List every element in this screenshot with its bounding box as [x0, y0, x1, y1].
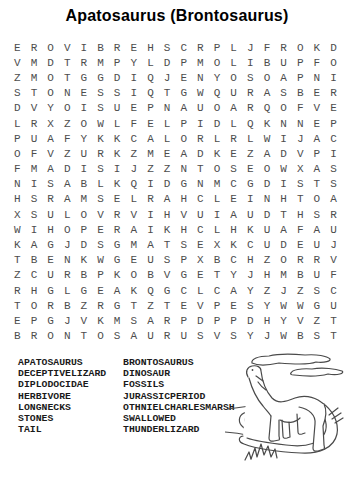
grid-cell-r7c3[interactable]: A: [42, 131, 59, 146]
grid-cell-r14c8[interactable]: M: [125, 237, 142, 252]
grid-cell-r3c14[interactable]: O: [225, 70, 242, 85]
grid-cell-r18c15[interactable]: S: [242, 298, 259, 313]
grid-cell-r9c14[interactable]: S: [225, 162, 242, 177]
grid-cell-r11c13[interactable]: L: [209, 192, 226, 207]
grid-cell-r10c3[interactable]: S: [42, 177, 59, 192]
grid-cell-r5c9[interactable]: P: [142, 101, 159, 116]
grid-cell-r15c2[interactable]: B: [26, 253, 43, 268]
grid-cell-r7c1[interactable]: P: [9, 131, 26, 146]
grid-cell-r9c17[interactable]: W: [275, 162, 292, 177]
grid-cell-r17c1[interactable]: R: [9, 283, 26, 298]
grid-cell-r10c17[interactable]: I: [275, 177, 292, 192]
grid-cell-r19c12[interactable]: D: [192, 313, 209, 328]
grid-cell-r13c5[interactable]: P: [76, 222, 93, 237]
grid-cell-r12c7[interactable]: R: [109, 207, 126, 222]
grid-cell-r12c1[interactable]: X: [9, 207, 26, 222]
grid-cell-r5c16[interactable]: Q: [259, 101, 276, 116]
grid-cell-r5c20[interactable]: E: [325, 101, 342, 116]
grid-cell-r10c12[interactable]: N: [192, 177, 209, 192]
grid-cell-r11c10[interactable]: A: [159, 192, 176, 207]
grid-cell-r9c9[interactable]: Z: [142, 162, 159, 177]
grid-cell-r18c6[interactable]: R: [92, 298, 109, 313]
grid-cell-r16c1[interactable]: Z: [9, 268, 26, 283]
grid-cell-r7c13[interactable]: L: [209, 131, 226, 146]
grid-cell-r2c11[interactable]: P: [175, 55, 192, 70]
grid-cell-r18c1[interactable]: T: [9, 298, 26, 313]
grid-cell-r12c20[interactable]: R: [325, 207, 342, 222]
grid-cell-r10c1[interactable]: N: [9, 177, 26, 192]
grid-cell-r11c1[interactable]: H: [9, 192, 26, 207]
grid-cell-r17c13[interactable]: C: [209, 283, 226, 298]
grid-cell-r4c19[interactable]: E: [309, 86, 326, 101]
grid-cell-r5c13[interactable]: O: [209, 101, 226, 116]
grid-cell-r16c14[interactable]: Y: [225, 268, 242, 283]
grid-cell-r2c6[interactable]: M: [92, 55, 109, 70]
grid-cell-r12c14[interactable]: A: [225, 207, 242, 222]
grid-cell-r13c18[interactable]: F: [292, 222, 309, 237]
grid-cell-r14c4[interactable]: J: [59, 237, 76, 252]
grid-cell-r12c5[interactable]: O: [76, 207, 93, 222]
grid-cell-r19c20[interactable]: T: [325, 313, 342, 328]
grid-cell-r20c19[interactable]: S: [309, 329, 326, 344]
grid-cell-r1c16[interactable]: F: [259, 40, 276, 55]
grid-cell-r19c15[interactable]: D: [242, 313, 259, 328]
grid-cell-r19c13[interactable]: P: [209, 313, 226, 328]
grid-cell-r7c14[interactable]: R: [225, 131, 242, 146]
grid-cell-r16c4[interactable]: R: [59, 268, 76, 283]
grid-cell-r7c5[interactable]: Y: [76, 131, 93, 146]
grid-cell-r18c4[interactable]: B: [59, 298, 76, 313]
grid-cell-r15c18[interactable]: R: [292, 253, 309, 268]
grid-cell-r7c15[interactable]: L: [242, 131, 259, 146]
grid-cell-r6c10[interactable]: L: [159, 116, 176, 131]
grid-cell-r8c4[interactable]: Z: [59, 146, 76, 161]
grid-cell-r6c20[interactable]: P: [325, 116, 342, 131]
grid-cell-r2c13[interactable]: O: [209, 55, 226, 70]
grid-cell-r11c20[interactable]: A: [325, 192, 342, 207]
grid-cell-r5c17[interactable]: O: [275, 101, 292, 116]
grid-cell-r9c6[interactable]: S: [92, 162, 109, 177]
grid-cell-r13c20[interactable]: U: [325, 222, 342, 237]
grid-cell-r16c10[interactable]: V: [159, 268, 176, 283]
grid-cell-r9c2[interactable]: M: [26, 162, 43, 177]
grid-cell-r12c9[interactable]: I: [142, 207, 159, 222]
grid-cell-r15c6[interactable]: W: [92, 253, 109, 268]
grid-cell-r11c15[interactable]: I: [242, 192, 259, 207]
grid-cell-r3c13[interactable]: Y: [209, 70, 226, 85]
grid-cell-r17c6[interactable]: E: [92, 283, 109, 298]
grid-cell-r2c12[interactable]: M: [192, 55, 209, 70]
grid-cell-r19c6[interactable]: K: [92, 313, 109, 328]
grid-cell-r20c8[interactable]: A: [125, 329, 142, 344]
grid-cell-r14c12[interactable]: E: [192, 237, 209, 252]
grid-cell-r2c16[interactable]: B: [259, 55, 276, 70]
grid-cell-r14c17[interactable]: D: [275, 237, 292, 252]
grid-cell-r20c6[interactable]: O: [92, 329, 109, 344]
grid-cell-r15c16[interactable]: Z: [259, 253, 276, 268]
grid-cell-r11c19[interactable]: O: [309, 192, 326, 207]
grid-cell-r5c8[interactable]: E: [125, 101, 142, 116]
grid-cell-r13c10[interactable]: K: [159, 222, 176, 237]
grid-cell-r8c14[interactable]: E: [225, 146, 242, 161]
grid-cell-r10c6[interactable]: L: [92, 177, 109, 192]
grid-cell-r11c9[interactable]: R: [142, 192, 159, 207]
grid-cell-r7c17[interactable]: I: [275, 131, 292, 146]
grid-cell-r2c3[interactable]: D: [42, 55, 59, 70]
grid-cell-r20c1[interactable]: B: [9, 329, 26, 344]
grid-cell-r17c2[interactable]: H: [26, 283, 43, 298]
grid-cell-r2c20[interactable]: O: [325, 55, 342, 70]
grid-cell-r7c11[interactable]: O: [175, 131, 192, 146]
grid-cell-r8c17[interactable]: D: [275, 146, 292, 161]
grid-cell-r4c15[interactable]: R: [242, 86, 259, 101]
grid-cell-r9c4[interactable]: D: [59, 162, 76, 177]
grid-cell-r20c2[interactable]: R: [26, 329, 43, 344]
grid-cell-r1c15[interactable]: J: [242, 40, 259, 55]
grid-cell-r18c5[interactable]: Z: [76, 298, 93, 313]
grid-cell-r20c13[interactable]: V: [209, 329, 226, 344]
grid-cell-r8c9[interactable]: M: [142, 146, 159, 161]
grid-cell-r7c20[interactable]: C: [325, 131, 342, 146]
grid-cell-r8c5[interactable]: U: [76, 146, 93, 161]
grid-cell-r8c18[interactable]: V: [292, 146, 309, 161]
grid-cell-r4c20[interactable]: R: [325, 86, 342, 101]
grid-cell-r10c2[interactable]: I: [26, 177, 43, 192]
grid-cell-r16c17[interactable]: M: [275, 268, 292, 283]
grid-cell-r19c17[interactable]: Y: [275, 313, 292, 328]
grid-cell-r15c13[interactable]: B: [209, 253, 226, 268]
grid-cell-r4c5[interactable]: E: [76, 86, 93, 101]
grid-cell-r15c3[interactable]: E: [42, 253, 59, 268]
grid-cell-r17c18[interactable]: Z: [292, 283, 309, 298]
grid-cell-r17c12[interactable]: L: [192, 283, 209, 298]
grid-cell-r14c11[interactable]: S: [175, 237, 192, 252]
grid-cell-r17c7[interactable]: A: [109, 283, 126, 298]
grid-cell-r14c19[interactable]: U: [309, 237, 326, 252]
grid-cell-r17c8[interactable]: K: [125, 283, 142, 298]
grid-cell-r1c19[interactable]: K: [309, 40, 326, 55]
grid-cell-r16c15[interactable]: J: [242, 268, 259, 283]
grid-cell-r18c8[interactable]: T: [125, 298, 142, 313]
grid-cell-r1c9[interactable]: H: [142, 40, 159, 55]
grid-cell-r12c16[interactable]: D: [259, 207, 276, 222]
grid-cell-r5c15[interactable]: R: [242, 101, 259, 116]
grid-cell-r16c7[interactable]: K: [109, 268, 126, 283]
grid-cell-r4c2[interactable]: T: [26, 86, 43, 101]
grid-cell-r15c1[interactable]: T: [9, 253, 26, 268]
grid-cell-r13c12[interactable]: C: [192, 222, 209, 237]
grid-cell-r18c2[interactable]: O: [26, 298, 43, 313]
grid-cell-r11c3[interactable]: R: [42, 192, 59, 207]
grid-cell-r17c10[interactable]: G: [159, 283, 176, 298]
grid-cell-r18c12[interactable]: V: [192, 298, 209, 313]
grid-cell-r15c17[interactable]: O: [275, 253, 292, 268]
grid-cell-r17c9[interactable]: Q: [142, 283, 159, 298]
grid-cell-r11c11[interactable]: H: [175, 192, 192, 207]
grid-cell-r17c17[interactable]: J: [275, 283, 292, 298]
grid-cell-r14c16[interactable]: U: [259, 237, 276, 252]
grid-cell-r16c20[interactable]: F: [325, 268, 342, 283]
grid-cell-r10c13[interactable]: M: [209, 177, 226, 192]
grid-cell-r2c14[interactable]: L: [225, 55, 242, 70]
grid-cell-r17c20[interactable]: C: [325, 283, 342, 298]
grid-cell-r13c13[interactable]: L: [209, 222, 226, 237]
grid-cell-r5c5[interactable]: I: [76, 101, 93, 116]
grid-cell-r1c4[interactable]: V: [59, 40, 76, 55]
grid-cell-r11c4[interactable]: A: [59, 192, 76, 207]
grid-cell-r9c11[interactable]: N: [175, 162, 192, 177]
grid-cell-r14c5[interactable]: D: [76, 237, 93, 252]
grid-cell-r12c18[interactable]: H: [292, 207, 309, 222]
grid-cell-r16c16[interactable]: H: [259, 268, 276, 283]
grid-cell-r3c10[interactable]: J: [159, 70, 176, 85]
grid-cell-r15c8[interactable]: E: [125, 253, 142, 268]
grid-cell-r13c17[interactable]: A: [275, 222, 292, 237]
grid-cell-r17c16[interactable]: Z: [259, 283, 276, 298]
grid-cell-r3c3[interactable]: O: [42, 70, 59, 85]
grid-cell-r7c19[interactable]: A: [309, 131, 326, 146]
grid-cell-r13c7[interactable]: R: [109, 222, 126, 237]
grid-cell-r6c17[interactable]: N: [275, 116, 292, 131]
grid-cell-r8c2[interactable]: F: [26, 146, 43, 161]
grid-cell-r14c3[interactable]: G: [42, 237, 59, 252]
grid-cell-r1c11[interactable]: C: [175, 40, 192, 55]
grid-cell-r7c10[interactable]: L: [159, 131, 176, 146]
grid-cell-r20c15[interactable]: Y: [242, 329, 259, 344]
grid-cell-r6c13[interactable]: D: [209, 116, 226, 131]
grid-cell-r14c18[interactable]: E: [292, 237, 309, 252]
grid-cell-r9c15[interactable]: E: [242, 162, 259, 177]
grid-cell-r10c11[interactable]: G: [175, 177, 192, 192]
grid-cell-r18c19[interactable]: G: [309, 298, 326, 313]
grid-cell-r11c8[interactable]: L: [125, 192, 142, 207]
grid-cell-r9c10[interactable]: Z: [159, 162, 176, 177]
grid-cell-r6c1[interactable]: L: [9, 116, 26, 131]
grid-cell-r3c18[interactable]: P: [292, 70, 309, 85]
grid-cell-r19c4[interactable]: J: [59, 313, 76, 328]
grid-cell-r12c2[interactable]: S: [26, 207, 43, 222]
grid-cell-r17c11[interactable]: C: [175, 283, 192, 298]
grid-cell-r11c18[interactable]: T: [292, 192, 309, 207]
grid-cell-r10c7[interactable]: K: [109, 177, 126, 192]
grid-cell-r4c9[interactable]: Q: [142, 86, 159, 101]
grid-cell-r5c10[interactable]: N: [159, 101, 176, 116]
grid-cell-r15c9[interactable]: U: [142, 253, 159, 268]
grid-cell-r8c20[interactable]: I: [325, 146, 342, 161]
grid-cell-r5c11[interactable]: A: [175, 101, 192, 116]
grid-cell-r18c14[interactable]: E: [225, 298, 242, 313]
grid-cell-r1c5[interactable]: I: [76, 40, 93, 55]
grid-cell-r10c18[interactable]: S: [292, 177, 309, 192]
grid-cell-r14c13[interactable]: X: [209, 237, 226, 252]
grid-cell-r19c9[interactable]: A: [142, 313, 159, 328]
grid-cell-r6c8[interactable]: F: [125, 116, 142, 131]
grid-cell-r11c2[interactable]: S: [26, 192, 43, 207]
grid-cell-r17c4[interactable]: L: [59, 283, 76, 298]
grid-cell-r6c2[interactable]: R: [26, 116, 43, 131]
grid-cell-r3c4[interactable]: T: [59, 70, 76, 85]
grid-cell-r10c19[interactable]: T: [309, 177, 326, 192]
grid-cell-r2c17[interactable]: U: [275, 55, 292, 70]
grid-cell-r5c2[interactable]: V: [26, 101, 43, 116]
grid-cell-r16c8[interactable]: O: [125, 268, 142, 283]
grid-cell-r3c1[interactable]: Z: [9, 70, 26, 85]
grid-cell-r10c16[interactable]: D: [259, 177, 276, 192]
grid-cell-r10c14[interactable]: C: [225, 177, 242, 192]
grid-cell-r7c12[interactable]: R: [192, 131, 209, 146]
grid-cell-r1c18[interactable]: O: [292, 40, 309, 55]
grid-cell-r10c8[interactable]: Q: [125, 177, 142, 192]
grid-cell-r14c9[interactable]: A: [142, 237, 159, 252]
grid-cell-r2c2[interactable]: M: [26, 55, 43, 70]
grid-cell-r2c10[interactable]: D: [159, 55, 176, 70]
grid-cell-r20c18[interactable]: B: [292, 329, 309, 344]
grid-cell-r6c19[interactable]: E: [309, 116, 326, 131]
grid-cell-r6c5[interactable]: O: [76, 116, 93, 131]
grid-cell-r2c15[interactable]: I: [242, 55, 259, 70]
grid-cell-r15c20[interactable]: V: [325, 253, 342, 268]
grid-cell-r14c20[interactable]: J: [325, 237, 342, 252]
grid-cell-r10c9[interactable]: I: [142, 177, 159, 192]
grid-cell-r16c19[interactable]: U: [309, 268, 326, 283]
grid-cell-r6c14[interactable]: L: [225, 116, 242, 131]
grid-cell-r9c18[interactable]: X: [292, 162, 309, 177]
grid-cell-r10c4[interactable]: A: [59, 177, 76, 192]
grid-cell-r13c19[interactable]: A: [309, 222, 326, 237]
grid-cell-r8c6[interactable]: R: [92, 146, 109, 161]
grid-cell-r20c5[interactable]: T: [76, 329, 93, 344]
grid-cell-r16c18[interactable]: B: [292, 268, 309, 283]
grid-cell-r1c10[interactable]: S: [159, 40, 176, 55]
grid-cell-r5c3[interactable]: Y: [42, 101, 59, 116]
grid-cell-r3c8[interactable]: I: [125, 70, 142, 85]
grid-cell-r13c15[interactable]: K: [242, 222, 259, 237]
grid-cell-r19c11[interactable]: P: [175, 313, 192, 328]
grid-cell-r1c12[interactable]: R: [192, 40, 209, 55]
grid-cell-r6c15[interactable]: Q: [242, 116, 259, 131]
grid-cell-r4c4[interactable]: N: [59, 86, 76, 101]
grid-cell-r18c11[interactable]: E: [175, 298, 192, 313]
grid-cell-r20c4[interactable]: N: [59, 329, 76, 344]
grid-cell-r6c16[interactable]: K: [259, 116, 276, 131]
grid-cell-r9c1[interactable]: F: [9, 162, 26, 177]
grid-cell-r5c1[interactable]: D: [9, 101, 26, 116]
grid-cell-r19c5[interactable]: V: [76, 313, 93, 328]
grid-cell-r14c2[interactable]: A: [26, 237, 43, 252]
grid-cell-r2c8[interactable]: Y: [125, 55, 142, 70]
grid-cell-r13c4[interactable]: O: [59, 222, 76, 237]
grid-cell-r8c13[interactable]: K: [209, 146, 226, 161]
grid-cell-r19c2[interactable]: P: [26, 313, 43, 328]
grid-cell-r2c9[interactable]: L: [142, 55, 159, 70]
grid-cell-r11c12[interactable]: C: [192, 192, 209, 207]
grid-cell-r1c8[interactable]: E: [125, 40, 142, 55]
grid-cell-r5c12[interactable]: U: [192, 101, 209, 116]
grid-cell-r13c16[interactable]: U: [259, 222, 276, 237]
grid-cell-r6c3[interactable]: X: [42, 116, 59, 131]
grid-cell-r15c15[interactable]: H: [242, 253, 259, 268]
grid-cell-r7c2[interactable]: U: [26, 131, 43, 146]
grid-cell-r16c3[interactable]: U: [42, 268, 59, 283]
grid-cell-r12c6[interactable]: V: [92, 207, 109, 222]
grid-cell-r12c17[interactable]: T: [275, 207, 292, 222]
grid-cell-r4c12[interactable]: W: [192, 86, 209, 101]
grid-cell-r15c5[interactable]: K: [76, 253, 93, 268]
grid-cell-r1c6[interactable]: B: [92, 40, 109, 55]
grid-cell-r9c7[interactable]: I: [109, 162, 126, 177]
grid-cell-r8c15[interactable]: Z: [242, 146, 259, 161]
grid-cell-r15c11[interactable]: P: [175, 253, 192, 268]
grid-cell-r20c7[interactable]: S: [109, 329, 126, 344]
grid-cell-r16c13[interactable]: T: [209, 268, 226, 283]
grid-cell-r14c14[interactable]: K: [225, 237, 242, 252]
grid-cell-r10c5[interactable]: B: [76, 177, 93, 192]
grid-cell-r4c16[interactable]: A: [259, 86, 276, 101]
grid-cell-r13c3[interactable]: H: [42, 222, 59, 237]
grid-cell-r3c5[interactable]: G: [76, 70, 93, 85]
grid-cell-r5c4[interactable]: O: [59, 101, 76, 116]
grid-cell-r4c17[interactable]: S: [275, 86, 292, 101]
grid-cell-r6c9[interactable]: E: [142, 116, 159, 131]
grid-cell-r18c20[interactable]: U: [325, 298, 342, 313]
grid-cell-r20c16[interactable]: J: [259, 329, 276, 344]
grid-cell-r13c14[interactable]: H: [225, 222, 242, 237]
grid-cell-r1c14[interactable]: L: [225, 40, 242, 55]
grid-cell-r2c18[interactable]: P: [292, 55, 309, 70]
grid-cell-r12c4[interactable]: L: [59, 207, 76, 222]
grid-cell-r1c3[interactable]: O: [42, 40, 59, 55]
grid-cell-r19c18[interactable]: V: [292, 313, 309, 328]
grid-cell-r16c6[interactable]: P: [92, 268, 109, 283]
grid-cell-r8c16[interactable]: A: [259, 146, 276, 161]
grid-cell-r9c12[interactable]: T: [192, 162, 209, 177]
grid-cell-r4c1[interactable]: S: [9, 86, 26, 101]
grid-cell-r5c19[interactable]: V: [309, 101, 326, 116]
grid-cell-r3c2[interactable]: M: [26, 70, 43, 85]
grid-cell-r3c7[interactable]: D: [109, 70, 126, 85]
grid-cell-r9c5[interactable]: I: [76, 162, 93, 177]
grid-cell-r9c8[interactable]: J: [125, 162, 142, 177]
grid-cell-r8c7[interactable]: K: [109, 146, 126, 161]
grid-cell-r9c13[interactable]: O: [209, 162, 226, 177]
grid-cell-r1c7[interactable]: R: [109, 40, 126, 55]
grid-cell-r1c13[interactable]: P: [209, 40, 226, 55]
grid-cell-r9c20[interactable]: S: [325, 162, 342, 177]
grid-cell-r4c6[interactable]: S: [92, 86, 109, 101]
grid-cell-r8c11[interactable]: A: [175, 146, 192, 161]
grid-cell-r19c14[interactable]: P: [225, 313, 242, 328]
grid-cell-r7c18[interactable]: J: [292, 131, 309, 146]
grid-cell-r3c19[interactable]: N: [309, 70, 326, 85]
grid-cell-r18c13[interactable]: P: [209, 298, 226, 313]
grid-cell-r6c12[interactable]: I: [192, 116, 209, 131]
grid-cell-r3c9[interactable]: Q: [142, 70, 159, 85]
grid-cell-r16c12[interactable]: E: [192, 268, 209, 283]
grid-cell-r3c20[interactable]: I: [325, 70, 342, 85]
grid-cell-r11c16[interactable]: N: [259, 192, 276, 207]
grid-cell-r10c10[interactable]: D: [159, 177, 176, 192]
grid-cell-r3c15[interactable]: S: [242, 70, 259, 85]
grid-cell-r19c7[interactable]: M: [109, 313, 126, 328]
grid-cell-r2c4[interactable]: T: [59, 55, 76, 70]
grid-cell-r3c6[interactable]: G: [92, 70, 109, 85]
grid-cell-r8c3[interactable]: V: [42, 146, 59, 161]
grid-cell-r15c10[interactable]: S: [159, 253, 176, 268]
grid-cell-r16c9[interactable]: B: [142, 268, 159, 283]
grid-cell-r11c14[interactable]: E: [225, 192, 242, 207]
grid-cell-r6c11[interactable]: P: [175, 116, 192, 131]
grid-cell-r1c17[interactable]: R: [275, 40, 292, 55]
